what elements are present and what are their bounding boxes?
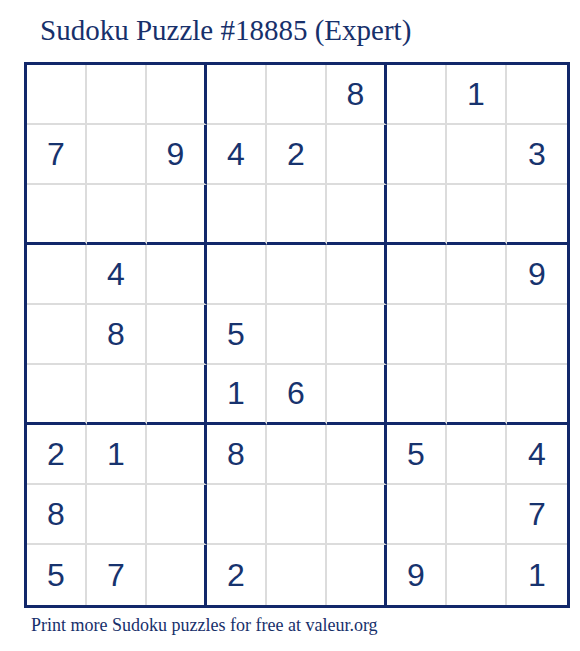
cell-r5c3	[147, 305, 207, 365]
given-digit-r7c1: 2	[27, 425, 87, 485]
cell-r3c1	[27, 185, 87, 245]
cell-r9c6	[327, 545, 387, 605]
cell-r7c6	[327, 425, 387, 485]
cell-r6c3	[147, 365, 207, 425]
cell-r3c8	[447, 185, 507, 245]
cell-r9c8	[447, 545, 507, 605]
given-digit-r1c6: 8	[327, 65, 387, 125]
given-digit-r7c4: 8	[207, 425, 267, 485]
cell-r6c6	[327, 365, 387, 425]
cell-r3c9	[507, 185, 567, 245]
given-digit-r9c9: 1	[507, 545, 567, 605]
given-digit-r2c3: 9	[147, 125, 207, 185]
given-digit-r9c4: 2	[207, 545, 267, 605]
cell-r6c9	[507, 365, 567, 425]
given-digit-r4c2: 4	[87, 245, 147, 305]
cell-r8c2	[87, 485, 147, 545]
cell-r2c7	[387, 125, 447, 185]
cell-r4c8	[447, 245, 507, 305]
given-digit-r8c1: 8	[27, 485, 87, 545]
cell-r3c7	[387, 185, 447, 245]
cell-r4c3	[147, 245, 207, 305]
given-digit-r2c9: 3	[507, 125, 567, 185]
cell-r6c8	[447, 365, 507, 425]
given-digit-r6c4: 1	[207, 365, 267, 425]
cell-r4c7	[387, 245, 447, 305]
given-digit-r1c8: 1	[447, 65, 507, 125]
cell-r3c4	[207, 185, 267, 245]
cell-r2c6	[327, 125, 387, 185]
cell-r2c8	[447, 125, 507, 185]
cell-r8c6	[327, 485, 387, 545]
given-digit-r2c5: 2	[267, 125, 327, 185]
cell-r8c8	[447, 485, 507, 545]
sudoku-grid: 8179423498516218548757291	[24, 62, 570, 608]
cell-r7c3	[147, 425, 207, 485]
cell-r1c4	[207, 65, 267, 125]
cell-r1c5	[267, 65, 327, 125]
cell-r1c9	[507, 65, 567, 125]
cell-r1c2	[87, 65, 147, 125]
cell-r3c6	[327, 185, 387, 245]
cell-r1c3	[147, 65, 207, 125]
cell-r5c8	[447, 305, 507, 365]
given-digit-r4c9: 9	[507, 245, 567, 305]
cell-r7c8	[447, 425, 507, 485]
given-digit-r5c4: 5	[207, 305, 267, 365]
given-digit-r6c5: 6	[267, 365, 327, 425]
cell-r4c4	[207, 245, 267, 305]
given-digit-r9c1: 5	[27, 545, 87, 605]
cell-r3c2	[87, 185, 147, 245]
given-digit-r8c9: 7	[507, 485, 567, 545]
cell-r2c2	[87, 125, 147, 185]
cell-r9c3	[147, 545, 207, 605]
cell-r5c1	[27, 305, 87, 365]
given-digit-r5c2: 8	[87, 305, 147, 365]
given-digit-r9c2: 7	[87, 545, 147, 605]
page-title: Sudoku Puzzle #18885 (Expert)	[40, 14, 411, 47]
cell-r6c7	[387, 365, 447, 425]
cell-r7c5	[267, 425, 327, 485]
cell-r8c7	[387, 485, 447, 545]
given-digit-r7c7: 5	[387, 425, 447, 485]
cell-r6c1	[27, 365, 87, 425]
cell-r1c1	[27, 65, 87, 125]
footer-text: Print more Sudoku puzzles for free at va…	[31, 615, 378, 636]
given-digit-r7c9: 4	[507, 425, 567, 485]
cell-r5c7	[387, 305, 447, 365]
cell-r4c1	[27, 245, 87, 305]
given-digit-r2c1: 7	[27, 125, 87, 185]
given-digit-r7c2: 1	[87, 425, 147, 485]
cell-r3c5	[267, 185, 327, 245]
cell-r5c6	[327, 305, 387, 365]
cell-r9c5	[267, 545, 327, 605]
given-digit-r2c4: 4	[207, 125, 267, 185]
cell-r4c6	[327, 245, 387, 305]
cell-r5c9	[507, 305, 567, 365]
cell-r4c5	[267, 245, 327, 305]
given-digit-r9c7: 9	[387, 545, 447, 605]
cell-r8c3	[147, 485, 207, 545]
cell-r8c4	[207, 485, 267, 545]
cell-r3c3	[147, 185, 207, 245]
cell-r8c5	[267, 485, 327, 545]
cell-r6c2	[87, 365, 147, 425]
cell-r5c5	[267, 305, 327, 365]
cell-r1c7	[387, 65, 447, 125]
